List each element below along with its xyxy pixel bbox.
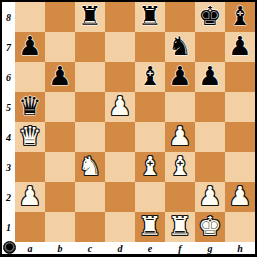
rank-label-7: 7 bbox=[2, 32, 15, 62]
square-e2[interactable] bbox=[135, 182, 165, 212]
square-a1[interactable] bbox=[15, 212, 45, 242]
square-h6[interactable] bbox=[225, 62, 255, 92]
square-g7[interactable] bbox=[195, 32, 225, 62]
file-label-e: e bbox=[135, 242, 165, 254]
square-b2[interactable] bbox=[45, 182, 75, 212]
square-f2[interactable] bbox=[165, 182, 195, 212]
square-b6[interactable]: ♟ bbox=[45, 62, 75, 92]
square-g4[interactable] bbox=[195, 122, 225, 152]
square-h4[interactable] bbox=[225, 122, 255, 152]
square-h5[interactable] bbox=[225, 92, 255, 122]
square-d5[interactable]: ♟ bbox=[105, 92, 135, 122]
square-d8[interactable] bbox=[105, 2, 135, 32]
white-rook-icon[interactable]: ♜ bbox=[168, 211, 191, 241]
square-b1[interactable] bbox=[45, 212, 75, 242]
black-king-icon[interactable]: ♚ bbox=[198, 1, 221, 31]
square-e8[interactable]: ♜ bbox=[135, 2, 165, 32]
square-c8[interactable]: ♜ bbox=[75, 2, 105, 32]
square-e3[interactable]: ♝ bbox=[135, 152, 165, 182]
white-pawn-icon[interactable]: ♟ bbox=[168, 121, 191, 151]
rank-labels: 87654321 bbox=[2, 2, 15, 242]
rank-label-3: 3 bbox=[2, 152, 15, 182]
square-b5[interactable] bbox=[45, 92, 75, 122]
rank-label-8: 8 bbox=[2, 2, 15, 32]
file-label-g: g bbox=[195, 242, 225, 254]
rank-label-6: 6 bbox=[2, 62, 15, 92]
square-d3[interactable] bbox=[105, 152, 135, 182]
square-c3[interactable]: ♞ bbox=[75, 152, 105, 182]
square-b8[interactable] bbox=[45, 2, 75, 32]
square-f7[interactable]: ♞ bbox=[165, 32, 195, 62]
square-d4[interactable] bbox=[105, 122, 135, 152]
white-rook-icon[interactable]: ♜ bbox=[138, 211, 161, 241]
white-pawn-icon[interactable]: ♟ bbox=[18, 181, 41, 211]
square-h1[interactable] bbox=[225, 212, 255, 242]
square-a3[interactable] bbox=[15, 152, 45, 182]
file-label-a: a bbox=[15, 242, 45, 254]
square-a4[interactable]: ♛ bbox=[15, 122, 45, 152]
chess-diagram: 87654321 ♜♜♚♝♟♞♟♟♝♟♟♛♟♛♟♞♝♝♟♟♟♜♜♚ abcdef… bbox=[0, 0, 257, 257]
black-bishop-icon[interactable]: ♝ bbox=[138, 61, 161, 91]
white-queen-icon[interactable]: ♛ bbox=[18, 121, 41, 151]
square-a8[interactable] bbox=[15, 2, 45, 32]
rank-label-1: 1 bbox=[2, 212, 15, 242]
black-pawn-icon[interactable]: ♟ bbox=[48, 61, 71, 91]
square-e1[interactable]: ♜ bbox=[135, 212, 165, 242]
file-label-c: c bbox=[75, 242, 105, 254]
square-b3[interactable] bbox=[45, 152, 75, 182]
white-pawn-icon[interactable]: ♟ bbox=[198, 181, 221, 211]
white-bishop-icon[interactable]: ♝ bbox=[138, 151, 161, 181]
square-e4[interactable] bbox=[135, 122, 165, 152]
square-h2[interactable]: ♟ bbox=[225, 182, 255, 212]
square-c4[interactable] bbox=[75, 122, 105, 152]
square-g5[interactable] bbox=[195, 92, 225, 122]
square-h3[interactable] bbox=[225, 152, 255, 182]
square-f4[interactable]: ♟ bbox=[165, 122, 195, 152]
square-d6[interactable] bbox=[105, 62, 135, 92]
square-g3[interactable] bbox=[195, 152, 225, 182]
square-c7[interactable] bbox=[75, 32, 105, 62]
square-c2[interactable] bbox=[75, 182, 105, 212]
square-g8[interactable]: ♚ bbox=[195, 2, 225, 32]
file-label-h: h bbox=[225, 242, 255, 254]
square-a5[interactable]: ♛ bbox=[15, 92, 45, 122]
square-f1[interactable]: ♜ bbox=[165, 212, 195, 242]
black-pawn-icon[interactable]: ♟ bbox=[228, 31, 251, 61]
file-labels: abcdefgh bbox=[15, 242, 255, 254]
square-f3[interactable]: ♝ bbox=[165, 152, 195, 182]
square-d7[interactable] bbox=[105, 32, 135, 62]
square-a7[interactable]: ♟ bbox=[15, 32, 45, 62]
square-g6[interactable]: ♟ bbox=[195, 62, 225, 92]
file-label-b: b bbox=[45, 242, 75, 254]
square-c5[interactable] bbox=[75, 92, 105, 122]
square-f6[interactable]: ♟ bbox=[165, 62, 195, 92]
black-rook-icon[interactable]: ♜ bbox=[78, 1, 101, 31]
square-a6[interactable] bbox=[15, 62, 45, 92]
white-pawn-icon[interactable]: ♟ bbox=[108, 91, 131, 121]
white-king-icon[interactable]: ♚ bbox=[198, 211, 221, 241]
square-h8[interactable]: ♝ bbox=[225, 2, 255, 32]
rank-label-2: 2 bbox=[2, 182, 15, 212]
square-d1[interactable] bbox=[105, 212, 135, 242]
square-c1[interactable] bbox=[75, 212, 105, 242]
square-d2[interactable] bbox=[105, 182, 135, 212]
chess-board[interactable]: ♜♜♚♝♟♞♟♟♝♟♟♛♟♛♟♞♝♝♟♟♟♜♜♚ bbox=[15, 2, 255, 242]
square-e6[interactable]: ♝ bbox=[135, 62, 165, 92]
black-pawn-icon[interactable]: ♟ bbox=[168, 61, 191, 91]
black-knight-icon[interactable]: ♞ bbox=[168, 31, 191, 61]
black-pawn-icon[interactable]: ♟ bbox=[18, 31, 41, 61]
rank-label-4: 4 bbox=[2, 122, 15, 152]
black-to-move-indicator bbox=[3, 241, 16, 254]
rank-label-5: 5 bbox=[2, 92, 15, 122]
white-knight-icon[interactable]: ♞ bbox=[78, 151, 101, 181]
file-label-d: d bbox=[105, 242, 135, 254]
square-g2[interactable]: ♟ bbox=[195, 182, 225, 212]
square-g1[interactable]: ♚ bbox=[195, 212, 225, 242]
white-bishop-icon[interactable]: ♝ bbox=[168, 151, 191, 181]
square-b7[interactable] bbox=[45, 32, 75, 62]
square-a2[interactable]: ♟ bbox=[15, 182, 45, 212]
square-b4[interactable] bbox=[45, 122, 75, 152]
black-bishop-icon[interactable]: ♝ bbox=[228, 1, 251, 31]
white-pawn-icon[interactable]: ♟ bbox=[228, 181, 251, 211]
black-rook-icon[interactable]: ♜ bbox=[138, 1, 161, 31]
square-h7[interactable]: ♟ bbox=[225, 32, 255, 62]
square-e5[interactable] bbox=[135, 92, 165, 122]
square-f8[interactable] bbox=[165, 2, 195, 32]
corner-cell bbox=[2, 242, 15, 254]
square-e7[interactable] bbox=[135, 32, 165, 62]
black-pawn-icon[interactable]: ♟ bbox=[198, 61, 221, 91]
square-c6[interactable] bbox=[75, 62, 105, 92]
square-f5[interactable] bbox=[165, 92, 195, 122]
black-queen-icon[interactable]: ♛ bbox=[18, 91, 41, 121]
file-label-f: f bbox=[165, 242, 195, 254]
